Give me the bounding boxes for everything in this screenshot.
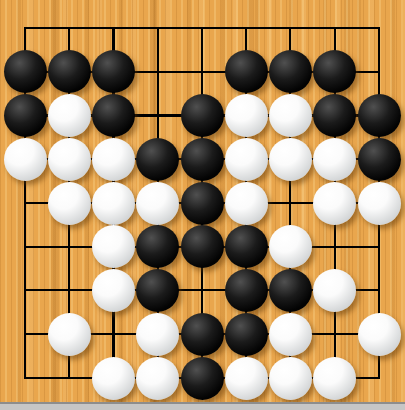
black-stone: ● (181, 138, 224, 181)
black-stone: ● (181, 357, 224, 400)
white-stone: ○ (92, 138, 135, 181)
go-board: ●●●●●●●○●●○○●●○○○●●○○○●○○○●○○○○●●●○○●●●○… (0, 0, 405, 402)
black-stone: ● (4, 94, 47, 137)
intersection-a5[interactable] (3, 181, 47, 225)
intersection-j9[interactable] (357, 6, 401, 50)
intersection-e1[interactable]: ● (180, 356, 224, 400)
intersection-d7[interactable] (136, 94, 180, 138)
intersection-b2[interactable]: ○ (47, 312, 91, 356)
intersection-c4[interactable]: ○ (91, 225, 135, 269)
intersection-c3[interactable]: ○ (91, 269, 135, 313)
intersection-a4[interactable] (3, 225, 47, 269)
intersection-c1[interactable]: ○ (91, 356, 135, 400)
black-stone: ● (269, 269, 312, 312)
white-stone: ○ (48, 182, 91, 225)
white-stone: ○ (269, 357, 312, 400)
black-stone: ● (181, 225, 224, 268)
intersection-h5[interactable]: ○ (313, 181, 357, 225)
intersection-e9[interactable] (180, 6, 224, 50)
black-stone: ● (358, 138, 401, 181)
white-stone: ○ (269, 225, 312, 268)
white-stone: ○ (92, 225, 135, 268)
intersection-g5[interactable] (268, 181, 312, 225)
intersection-g9[interactable] (268, 6, 312, 50)
intersection-e3[interactable] (180, 269, 224, 313)
intersection-b6[interactable]: ○ (47, 137, 91, 181)
white-stone: ○ (225, 182, 268, 225)
intersection-f3[interactable]: ● (224, 269, 268, 313)
intersection-j5[interactable]: ○ (357, 181, 401, 225)
intersection-b7[interactable]: ○ (47, 94, 91, 138)
white-stone: ○ (313, 269, 356, 312)
white-stone: ○ (48, 313, 91, 356)
white-stone: ○ (48, 94, 91, 137)
white-stone: ○ (4, 138, 47, 181)
intersection-h3[interactable]: ○ (313, 269, 357, 313)
intersection-j6[interactable]: ● (357, 137, 401, 181)
black-stone: ● (48, 50, 91, 93)
intersection-j4[interactable] (357, 225, 401, 269)
intersection-g2[interactable]: ○ (268, 312, 312, 356)
white-stone: ○ (92, 357, 135, 400)
intersection-e2[interactable]: ● (180, 312, 224, 356)
black-stone: ● (181, 94, 224, 137)
go-game-screenshot: ●●●●●●●○●●○○●●○○○●●○○○●○○○●○○○○●●●○○●●●○… (0, 0, 405, 410)
intersection-j2[interactable]: ○ (357, 312, 401, 356)
intersection-f6[interactable]: ○ (224, 137, 268, 181)
black-stone: ● (269, 50, 312, 93)
black-stone: ● (225, 313, 268, 356)
intersection-b4[interactable] (47, 225, 91, 269)
intersection-a7[interactable]: ● (3, 94, 47, 138)
intersection-f8[interactable]: ● (224, 50, 268, 94)
white-stone: ○ (269, 138, 312, 181)
intersection-j1[interactable] (357, 356, 401, 400)
black-stone: ● (181, 313, 224, 356)
white-stone: ○ (48, 138, 91, 181)
white-stone: ○ (225, 94, 268, 137)
intersection-h1[interactable]: ○ (313, 356, 357, 400)
white-stone: ○ (225, 138, 268, 181)
white-stone: ○ (136, 182, 179, 225)
intersection-j3[interactable] (357, 269, 401, 313)
intersection-g1[interactable]: ○ (268, 356, 312, 400)
intersection-d2[interactable]: ○ (136, 312, 180, 356)
intersection-e8[interactable] (180, 50, 224, 94)
black-stone: ● (313, 94, 356, 137)
intersection-f7[interactable]: ○ (224, 94, 268, 138)
intersection-f5[interactable]: ○ (224, 181, 268, 225)
white-stone: ○ (313, 138, 356, 181)
board-intersections: ●●●●●●●○●●○○●●○○○●●○○○●○○○●○○○○●●●○○●●●○… (3, 6, 401, 400)
white-stone: ○ (313, 357, 356, 400)
black-stone: ● (225, 225, 268, 268)
white-stone: ○ (136, 357, 179, 400)
intersection-a6[interactable]: ○ (3, 137, 47, 181)
intersection-j8[interactable] (357, 50, 401, 94)
black-stone: ● (225, 50, 268, 93)
intersection-a9[interactable] (3, 6, 47, 50)
intersection-d8[interactable] (136, 50, 180, 94)
intersection-a8[interactable]: ● (3, 50, 47, 94)
intersection-h2[interactable] (313, 312, 357, 356)
white-stone: ○ (358, 182, 401, 225)
intersection-g8[interactable]: ● (268, 50, 312, 94)
intersection-d6[interactable]: ● (136, 137, 180, 181)
black-stone: ● (136, 269, 179, 312)
intersection-d4[interactable]: ● (136, 225, 180, 269)
intersection-c7[interactable]: ● (91, 94, 135, 138)
intersection-c8[interactable]: ● (91, 50, 135, 94)
white-stone: ○ (225, 357, 268, 400)
intersection-a3[interactable] (3, 269, 47, 313)
black-stone: ● (225, 269, 268, 312)
white-stone: ○ (313, 182, 356, 225)
intersection-g6[interactable]: ○ (268, 137, 312, 181)
intersection-h8[interactable]: ● (313, 50, 357, 94)
intersection-g4[interactable]: ○ (268, 225, 312, 269)
black-stone: ● (136, 138, 179, 181)
black-stone: ● (4, 50, 47, 93)
intersection-b1[interactable] (47, 356, 91, 400)
black-stone: ● (92, 94, 135, 137)
intersection-d1[interactable]: ○ (136, 356, 180, 400)
intersection-e6[interactable]: ● (180, 137, 224, 181)
intersection-f1[interactable]: ○ (224, 356, 268, 400)
intersection-d9[interactable] (136, 6, 180, 50)
intersection-c9[interactable] (91, 6, 135, 50)
intersection-g3[interactable]: ● (268, 269, 312, 313)
intersection-j7[interactable]: ● (357, 94, 401, 138)
intersection-b8[interactable]: ● (47, 50, 91, 94)
intersection-f4[interactable]: ● (224, 225, 268, 269)
white-stone: ○ (92, 182, 135, 225)
intersection-g7[interactable]: ○ (268, 94, 312, 138)
white-stone: ○ (92, 269, 135, 312)
white-stone: ○ (269, 94, 312, 137)
intersection-a2[interactable] (3, 312, 47, 356)
intersection-b3[interactable] (47, 269, 91, 313)
intersection-e4[interactable]: ● (180, 225, 224, 269)
intersection-e5[interactable]: ● (180, 181, 224, 225)
black-stone: ● (358, 94, 401, 137)
intersection-h9[interactable] (313, 6, 357, 50)
intersection-b5[interactable]: ○ (47, 181, 91, 225)
black-stone: ● (313, 50, 356, 93)
white-stone: ○ (269, 313, 312, 356)
black-stone: ● (181, 182, 224, 225)
intersection-a1[interactable] (3, 356, 47, 400)
intersection-d5[interactable]: ○ (136, 181, 180, 225)
window-edge-strip (0, 402, 405, 410)
white-stone: ○ (358, 313, 401, 356)
intersection-f2[interactable]: ● (224, 312, 268, 356)
black-stone: ● (136, 225, 179, 268)
intersection-h7[interactable]: ● (313, 94, 357, 138)
intersection-c2[interactable] (91, 312, 135, 356)
intersection-d3[interactable]: ● (136, 269, 180, 313)
intersection-f9[interactable] (224, 6, 268, 50)
intersection-h6[interactable]: ○ (313, 137, 357, 181)
intersection-c6[interactable]: ○ (91, 137, 135, 181)
white-stone: ○ (136, 313, 179, 356)
intersection-b9[interactable] (47, 6, 91, 50)
intersection-c5[interactable]: ○ (91, 181, 135, 225)
black-stone: ● (92, 50, 135, 93)
intersection-e7[interactable]: ● (180, 94, 224, 138)
intersection-h4[interactable] (313, 225, 357, 269)
